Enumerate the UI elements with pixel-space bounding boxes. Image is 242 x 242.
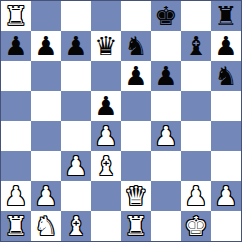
square-c5[interactable] — [61, 91, 91, 121]
square-b1[interactable]: ♞ — [31, 211, 61, 241]
square-a2[interactable]: ♟ — [1, 181, 31, 211]
square-f3[interactable] — [151, 151, 181, 181]
square-a4[interactable] — [1, 121, 31, 151]
square-a6[interactable] — [1, 61, 31, 91]
black-knight-piece[interactable]: ♞ — [124, 33, 147, 59]
square-d3[interactable]: ♝ — [91, 151, 121, 181]
square-g4[interactable] — [181, 121, 211, 151]
square-h2[interactable]: ♟ — [211, 181, 241, 211]
black-pawn-piece[interactable]: ♟ — [64, 33, 87, 59]
black-knight-piece[interactable]: ♞ — [214, 63, 237, 89]
white-pawn-piece[interactable]: ♟ — [4, 183, 27, 209]
square-f2[interactable] — [151, 181, 181, 211]
square-e4[interactable] — [121, 121, 151, 151]
square-e3[interactable] — [121, 151, 151, 181]
square-h7[interactable]: ♟ — [211, 31, 241, 61]
square-g6[interactable] — [181, 61, 211, 91]
square-e1[interactable]: ♜ — [121, 211, 151, 241]
square-b6[interactable] — [31, 61, 61, 91]
white-rook-piece[interactable]: ♜ — [4, 213, 27, 239]
square-b5[interactable] — [31, 91, 61, 121]
white-pawn-piece[interactable]: ♟ — [34, 183, 57, 209]
black-pawn-piece[interactable]: ♟ — [124, 63, 147, 89]
square-g7[interactable]: ♝ — [181, 31, 211, 61]
square-f8[interactable]: ♚ — [151, 1, 181, 31]
square-b2[interactable]: ♟ — [31, 181, 61, 211]
white-pawn-piece[interactable]: ♟ — [154, 123, 177, 149]
square-e5[interactable] — [121, 91, 151, 121]
square-e2[interactable]: ♛ — [121, 181, 151, 211]
white-pawn-piece[interactable]: ♟ — [94, 123, 117, 149]
square-e8[interactable] — [121, 1, 151, 31]
white-queen-piece[interactable]: ♛ — [124, 183, 147, 209]
square-c6[interactable] — [61, 61, 91, 91]
black-pawn-piece[interactable]: ♟ — [154, 63, 177, 89]
square-b8[interactable] — [31, 1, 61, 31]
square-f6[interactable]: ♟ — [151, 61, 181, 91]
square-f5[interactable] — [151, 91, 181, 121]
square-h5[interactable] — [211, 91, 241, 121]
white-rook-piece[interactable]: ♜ — [124, 213, 147, 239]
square-d7[interactable]: ♛ — [91, 31, 121, 61]
white-rook-piece[interactable]: ♜ — [4, 3, 27, 29]
square-d8[interactable] — [91, 1, 121, 31]
square-h8[interactable]: ♜ — [211, 1, 241, 31]
black-pawn-piece[interactable]: ♟ — [94, 93, 117, 119]
black-rook-piece[interactable]: ♜ — [214, 3, 237, 29]
square-g8[interactable] — [181, 1, 211, 31]
square-b7[interactable]: ♟ — [31, 31, 61, 61]
white-bishop-piece[interactable]: ♝ — [64, 213, 87, 239]
square-a5[interactable] — [1, 91, 31, 121]
square-g1[interactable]: ♚ — [181, 211, 211, 241]
white-bishop-piece[interactable]: ♝ — [94, 153, 117, 179]
black-king-piece[interactable]: ♚ — [154, 3, 177, 29]
square-h3[interactable] — [211, 151, 241, 181]
white-king-piece[interactable]: ♚ — [184, 213, 207, 239]
black-bishop-piece[interactable]: ♝ — [184, 33, 207, 59]
square-c7[interactable]: ♟ — [61, 31, 91, 61]
black-pawn-piece[interactable]: ♟ — [214, 33, 237, 59]
square-h4[interactable] — [211, 121, 241, 151]
square-a1[interactable]: ♜ — [1, 211, 31, 241]
square-d5[interactable]: ♟ — [91, 91, 121, 121]
square-f7[interactable] — [151, 31, 181, 61]
white-pawn-piece[interactable]: ♟ — [64, 153, 87, 179]
square-d6[interactable] — [91, 61, 121, 91]
square-d1[interactable] — [91, 211, 121, 241]
square-c2[interactable] — [61, 181, 91, 211]
square-d2[interactable] — [91, 181, 121, 211]
white-pawn-piece[interactable]: ♟ — [214, 183, 237, 209]
square-c4[interactable] — [61, 121, 91, 151]
black-queen-piece[interactable]: ♛ — [94, 33, 117, 59]
square-a7[interactable]: ♟ — [1, 31, 31, 61]
black-pawn-piece[interactable]: ♟ — [4, 33, 27, 59]
white-knight-piece[interactable]: ♞ — [34, 213, 57, 239]
square-g3[interactable] — [181, 151, 211, 181]
square-e6[interactable]: ♟ — [121, 61, 151, 91]
square-h1[interactable] — [211, 211, 241, 241]
square-d4[interactable]: ♟ — [91, 121, 121, 151]
square-c8[interactable] — [61, 1, 91, 31]
square-a3[interactable] — [1, 151, 31, 181]
square-a8[interactable]: ♜ — [1, 1, 31, 31]
white-pawn-piece[interactable]: ♟ — [184, 183, 207, 209]
square-b3[interactable] — [31, 151, 61, 181]
square-g2[interactable]: ♟ — [181, 181, 211, 211]
square-f4[interactable]: ♟ — [151, 121, 181, 151]
square-e7[interactable]: ♞ — [121, 31, 151, 61]
black-pawn-piece[interactable]: ♟ — [34, 33, 57, 59]
square-g5[interactable] — [181, 91, 211, 121]
square-c1[interactable]: ♝ — [61, 211, 91, 241]
chess-board: ♜♚♜♟♟♟♛♞♝♟♟♟♞♟♟♟♟♝♟♟♛♟♟♜♞♝♜♚ — [0, 0, 242, 242]
square-f1[interactable] — [151, 211, 181, 241]
square-h6[interactable]: ♞ — [211, 61, 241, 91]
square-c3[interactable]: ♟ — [61, 151, 91, 181]
square-b4[interactable] — [31, 121, 61, 151]
